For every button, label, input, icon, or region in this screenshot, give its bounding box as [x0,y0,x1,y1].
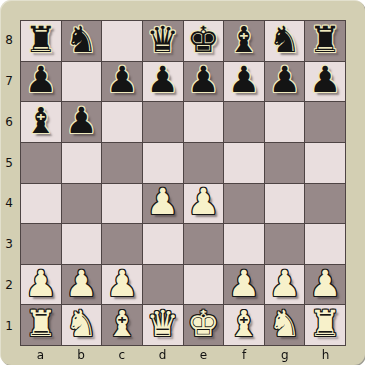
black-pawn[interactable]: ♟ [309,62,341,98]
file-label-c: c [102,346,143,363]
black-pawn[interactable]: ♟ [25,62,57,98]
square-f2[interactable]: ♟ [224,265,264,305]
rank-label-4: 4 [0,183,20,224]
white-pawn[interactable]: ♟ [25,266,57,302]
black-pawn[interactable]: ♟ [228,62,260,98]
black-pawn[interactable]: ♟ [268,62,300,98]
file-label-a: a [20,346,61,363]
square-e2[interactable] [184,265,224,305]
square-d6[interactable] [143,102,183,142]
square-h5[interactable] [305,143,345,183]
square-a4[interactable] [21,184,61,224]
square-f7[interactable]: ♟ [224,62,264,102]
square-d4[interactable]: ♟ [143,184,183,224]
square-e4[interactable]: ♟ [184,184,224,224]
square-g8[interactable]: ♞ [265,21,305,61]
square-f1[interactable]: ♝ [224,305,264,345]
white-rook[interactable]: ♜ [25,306,57,342]
square-e6[interactable] [184,102,224,142]
square-b6[interactable]: ♟ [62,102,102,142]
white-pawn[interactable]: ♟ [65,266,97,302]
square-d2[interactable] [143,265,183,305]
square-e7[interactable]: ♟ [184,62,224,102]
file-label-h: h [305,346,346,363]
square-b8[interactable]: ♞ [62,21,102,61]
white-pawn[interactable]: ♟ [147,184,179,220]
rank-labels: 87654321 [0,20,20,346]
square-a5[interactable] [21,143,61,183]
square-b3[interactable] [62,224,102,264]
black-rook[interactable]: ♜ [309,22,341,58]
black-bishop[interactable]: ♝ [25,103,57,139]
black-queen[interactable]: ♛ [147,22,179,58]
square-d5[interactable] [143,143,183,183]
white-pawn[interactable]: ♟ [106,266,138,302]
file-labels: abcdefgh [20,346,346,363]
black-rook[interactable]: ♜ [25,22,57,58]
rank-label-7: 7 [0,61,20,102]
file-label-e: e [183,346,224,363]
white-queen[interactable]: ♛ [147,306,179,342]
rank-label-8: 8 [0,20,20,61]
square-h3[interactable] [305,224,345,264]
square-a7[interactable]: ♟ [21,62,61,102]
square-g5[interactable] [265,143,305,183]
square-c3[interactable] [102,224,142,264]
square-h8[interactable]: ♜ [305,21,345,61]
square-f4[interactable] [224,184,264,224]
white-pawn[interactable]: ♟ [228,266,260,302]
board-frame: 87654321 ♜♞♛♚♝♞♜♟♟♟♟♟♟♟♝♟♟♟♟♟♟♟♟♟♜♞♝♛♚♝♞… [0,0,365,365]
square-b7[interactable] [62,62,102,102]
square-g4[interactable] [265,184,305,224]
square-b2[interactable]: ♟ [62,265,102,305]
file-label-d: d [142,346,183,363]
chess-board: ♜♞♛♚♝♞♜♟♟♟♟♟♟♟♝♟♟♟♟♟♟♟♟♟♜♞♝♛♚♝♞♜ [20,20,346,346]
square-e5[interactable] [184,143,224,183]
black-pawn[interactable]: ♟ [147,62,179,98]
square-g2[interactable]: ♟ [265,265,305,305]
black-king[interactable]: ♚ [187,22,219,58]
square-c8[interactable] [102,21,142,61]
rank-label-3: 3 [0,224,20,265]
black-pawn[interactable]: ♟ [187,62,219,98]
square-b1[interactable]: ♞ [62,305,102,345]
square-g1[interactable]: ♞ [265,305,305,345]
square-d8[interactable]: ♛ [143,21,183,61]
square-f5[interactable] [224,143,264,183]
square-f3[interactable] [224,224,264,264]
square-c5[interactable] [102,143,142,183]
file-label-b: b [61,346,102,363]
white-pawn[interactable]: ♟ [268,266,300,302]
white-knight[interactable]: ♞ [65,306,97,342]
square-h2[interactable]: ♟ [305,265,345,305]
white-bishop[interactable]: ♝ [106,306,138,342]
square-g7[interactable]: ♟ [265,62,305,102]
black-knight[interactable]: ♞ [268,22,300,58]
white-pawn[interactable]: ♟ [187,184,219,220]
square-h4[interactable] [305,184,345,224]
square-c7[interactable]: ♟ [102,62,142,102]
square-h1[interactable]: ♜ [305,305,345,345]
square-e8[interactable]: ♚ [184,21,224,61]
square-h7[interactable]: ♟ [305,62,345,102]
square-c1[interactable]: ♝ [102,305,142,345]
black-pawn[interactable]: ♟ [106,62,138,98]
square-a3[interactable] [21,224,61,264]
square-a1[interactable]: ♜ [21,305,61,345]
white-knight[interactable]: ♞ [268,306,300,342]
square-e1[interactable]: ♚ [184,305,224,345]
square-h6[interactable] [305,102,345,142]
square-a8[interactable]: ♜ [21,21,61,61]
square-f8[interactable]: ♝ [224,21,264,61]
rank-label-1: 1 [0,305,20,346]
black-pawn[interactable]: ♟ [65,103,97,139]
square-d3[interactable] [143,224,183,264]
square-d7[interactable]: ♟ [143,62,183,102]
black-knight[interactable]: ♞ [65,22,97,58]
rank-label-5: 5 [0,142,20,183]
file-label-g: g [265,346,306,363]
white-bishop[interactable]: ♝ [228,306,260,342]
white-pawn[interactable]: ♟ [309,266,341,302]
square-g6[interactable] [265,102,305,142]
square-d1[interactable]: ♛ [143,305,183,345]
white-king[interactable]: ♚ [187,306,219,342]
square-a2[interactable]: ♟ [21,265,61,305]
file-label-f: f [224,346,265,363]
square-a6[interactable]: ♝ [21,102,61,142]
square-c6[interactable] [102,102,142,142]
square-c4[interactable] [102,184,142,224]
white-rook[interactable]: ♜ [309,306,341,342]
black-bishop[interactable]: ♝ [228,22,260,58]
square-f6[interactable] [224,102,264,142]
square-e3[interactable] [184,224,224,264]
rank-label-2: 2 [0,265,20,306]
square-b4[interactable] [62,184,102,224]
square-g3[interactable] [265,224,305,264]
rank-label-6: 6 [0,102,20,143]
square-b5[interactable] [62,143,102,183]
square-c2[interactable]: ♟ [102,265,142,305]
